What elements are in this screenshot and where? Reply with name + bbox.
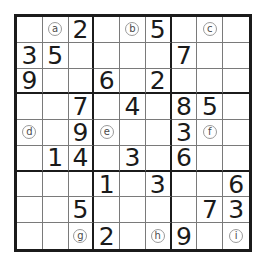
cell-r5c7[interactable]: 3 — [172, 120, 198, 146]
cell-r2c9[interactable] — [223, 43, 249, 69]
given-digit: 5 — [47, 43, 63, 68]
given-digit: 3 — [21, 43, 37, 68]
letter-marker-d: d — [22, 125, 36, 139]
cell-r9c6[interactable]: h — [146, 223, 172, 249]
cell-r7c8[interactable] — [197, 172, 223, 198]
cell-r7c5[interactable] — [120, 172, 146, 198]
letter-marker-b: b — [125, 22, 139, 36]
given-digit: 6 — [176, 146, 192, 170]
letter-marker-c: c — [203, 22, 217, 36]
cell-r4c2[interactable] — [43, 94, 69, 120]
cell-r3c7[interactable] — [172, 69, 198, 95]
cell-r1c1[interactable] — [17, 17, 43, 43]
cell-r8c9[interactable]: 3 — [223, 197, 249, 223]
cell-r8c8[interactable]: 7 — [197, 197, 223, 223]
given-digit: 4 — [72, 146, 88, 170]
given-digit: 3 — [228, 197, 244, 222]
cell-r1c4[interactable] — [94, 17, 120, 43]
cell-r4c8[interactable]: 5 — [197, 94, 223, 120]
given-digit: 9 — [176, 224, 192, 249]
cell-r8c3[interactable]: 5 — [69, 197, 95, 223]
cell-r8c7[interactable] — [172, 197, 198, 223]
cell-r9c8[interactable] — [197, 223, 223, 249]
letter-marker-g: g — [73, 229, 87, 243]
cell-r6c6[interactable] — [146, 146, 172, 172]
cell-r7c1[interactable] — [17, 172, 43, 198]
cell-r7c7[interactable] — [172, 172, 198, 198]
given-digit: 9 — [21, 69, 37, 93]
given-digit: 5 — [72, 197, 88, 222]
cell-r5c6[interactable] — [146, 120, 172, 146]
cell-r1c6[interactable]: 5 — [146, 17, 172, 43]
cell-r5c3[interactable]: 9 — [69, 120, 95, 146]
given-digit: 2 — [99, 224, 115, 249]
cell-r9c5[interactable] — [120, 223, 146, 249]
cell-r2c6[interactable] — [146, 43, 172, 69]
cell-r6c2[interactable]: 1 — [43, 146, 69, 172]
cell-r1c9[interactable] — [223, 17, 249, 43]
cell-r5c9[interactable] — [223, 120, 249, 146]
cell-r5c1[interactable]: d — [17, 120, 43, 146]
cell-r3c2[interactable] — [43, 69, 69, 95]
cell-r2c3[interactable] — [69, 43, 95, 69]
cell-r9c7[interactable]: 9 — [172, 223, 198, 249]
cell-r4c4[interactable] — [94, 94, 120, 120]
cell-r3c9[interactable] — [223, 69, 249, 95]
cell-r8c4[interactable] — [94, 197, 120, 223]
given-digit: 9 — [72, 120, 88, 145]
cell-r4c7[interactable]: 8 — [172, 94, 198, 120]
letter-marker-i: i — [229, 229, 243, 243]
cell-r6c4[interactable] — [94, 146, 120, 172]
given-digit: 7 — [72, 94, 88, 119]
cell-r6c1[interactable] — [17, 146, 43, 172]
given-digit: 2 — [72, 17, 88, 42]
given-digit: 7 — [176, 43, 192, 68]
cell-r6c9[interactable] — [223, 146, 249, 172]
cell-r2c7[interactable]: 7 — [172, 43, 198, 69]
cell-r1c2[interactable]: a — [43, 17, 69, 43]
cell-r2c2[interactable]: 5 — [43, 43, 69, 69]
cell-r5c2[interactable] — [43, 120, 69, 146]
cell-r6c3[interactable]: 4 — [69, 146, 95, 172]
cell-r8c6[interactable] — [146, 197, 172, 223]
letter-marker-e: e — [100, 125, 114, 139]
cell-r4c5[interactable]: 4 — [120, 94, 146, 120]
given-digit: 8 — [176, 94, 192, 119]
cell-r2c8[interactable] — [197, 43, 223, 69]
given-digit: 3 — [150, 172, 166, 197]
given-digit: 1 — [47, 146, 63, 170]
cell-r3c1[interactable]: 9 — [17, 69, 43, 95]
cell-r7c4[interactable]: 1 — [94, 172, 120, 198]
cell-r8c5[interactable] — [120, 197, 146, 223]
given-digit: 3 — [125, 146, 141, 170]
given-digit: 7 — [202, 197, 218, 222]
cell-r6c7[interactable]: 6 — [172, 146, 198, 172]
cell-r2c5[interactable] — [120, 43, 146, 69]
cell-r1c7[interactable] — [172, 17, 198, 43]
cell-r9c4[interactable]: 2 — [94, 223, 120, 249]
cell-r4c6[interactable] — [146, 94, 172, 120]
letter-marker-a: a — [48, 22, 62, 36]
cell-r5c5[interactable] — [120, 120, 146, 146]
cell-r7c3[interactable] — [69, 172, 95, 198]
cell-r3c3[interactable] — [69, 69, 95, 95]
cell-r9c3[interactable]: g — [69, 223, 95, 249]
given-digit: 4 — [125, 94, 141, 119]
cell-r1c3[interactable]: 2 — [69, 17, 95, 43]
given-digit: 1 — [99, 172, 115, 197]
cell-r9c1[interactable] — [17, 223, 43, 249]
cell-r3c8[interactable] — [197, 69, 223, 95]
sudoku-board: a2b5c3579627485d9e3f1436136573g2h9i — [14, 14, 252, 252]
cell-r9c2[interactable] — [43, 223, 69, 249]
cell-r2c4[interactable] — [94, 43, 120, 69]
cell-r8c1[interactable] — [17, 197, 43, 223]
cell-r4c1[interactable] — [17, 94, 43, 120]
given-digit: 2 — [150, 69, 166, 93]
given-digit: 5 — [150, 17, 166, 42]
cell-r3c6[interactable]: 2 — [146, 69, 172, 95]
cell-r5c8[interactable]: f — [197, 120, 223, 146]
cell-r7c9[interactable]: 6 — [223, 172, 249, 198]
cell-r4c9[interactable] — [223, 94, 249, 120]
cell-r6c8[interactable] — [197, 146, 223, 172]
cell-r7c6[interactable]: 3 — [146, 172, 172, 198]
given-digit: 6 — [228, 172, 244, 197]
given-digit: 5 — [202, 94, 218, 119]
cell-r6c5[interactable]: 3 — [120, 146, 146, 172]
cell-r7c2[interactable] — [43, 172, 69, 198]
letter-marker-h: h — [151, 229, 165, 243]
cell-r4c3[interactable]: 7 — [69, 94, 95, 120]
cell-r3c5[interactable] — [120, 69, 146, 95]
cell-r8c2[interactable] — [43, 197, 69, 223]
cell-r9c9[interactable]: i — [223, 223, 249, 249]
cell-r2c1[interactable]: 3 — [17, 43, 43, 69]
given-digit: 3 — [176, 120, 192, 145]
letter-marker-f: f — [203, 125, 217, 139]
given-digit: 6 — [99, 69, 115, 93]
cell-r5c4[interactable]: e — [94, 120, 120, 146]
cell-r1c8[interactable]: c — [197, 17, 223, 43]
cell-r1c5[interactable]: b — [120, 17, 146, 43]
cell-r3c4[interactable]: 6 — [94, 69, 120, 95]
